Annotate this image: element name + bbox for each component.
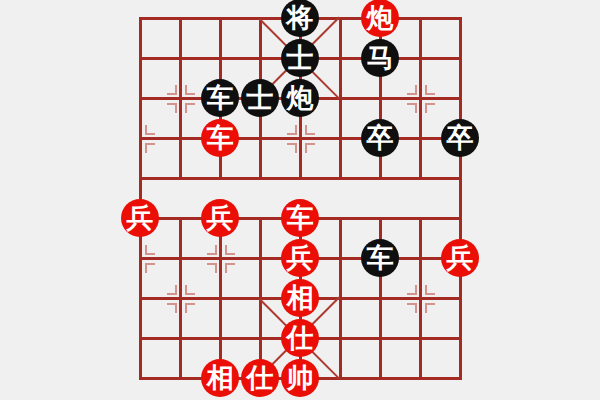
point-marker bbox=[407, 285, 417, 295]
point-marker bbox=[145, 125, 155, 135]
red-elephant[interactable]: 相 bbox=[281, 279, 319, 317]
xiangqi-board[interactable]: 将炮士马车士炮车卒卒兵兵车兵车兵相仕相仕帅 bbox=[0, 0, 600, 400]
point-marker bbox=[167, 285, 177, 295]
point-marker bbox=[167, 85, 177, 95]
black-advisor[interactable]: 士 bbox=[241, 79, 279, 117]
point-marker bbox=[305, 125, 315, 135]
red-cannon[interactable]: 炮 bbox=[361, 0, 399, 37]
red-soldier[interactable]: 兵 bbox=[121, 199, 159, 237]
point-marker bbox=[185, 285, 195, 295]
point-marker bbox=[407, 85, 417, 95]
board-file-line bbox=[459, 17, 462, 380]
point-marker bbox=[425, 303, 435, 313]
point-marker bbox=[225, 263, 235, 273]
point-marker bbox=[207, 245, 217, 255]
point-marker bbox=[185, 85, 195, 95]
point-marker bbox=[225, 245, 235, 255]
point-marker bbox=[287, 143, 297, 153]
point-marker bbox=[145, 245, 155, 255]
point-marker bbox=[425, 103, 435, 113]
red-advisor[interactable]: 仕 bbox=[241, 359, 279, 397]
red-soldier[interactable]: 兵 bbox=[281, 239, 319, 277]
black-soldier[interactable]: 卒 bbox=[361, 119, 399, 157]
board-file-line bbox=[139, 17, 142, 380]
red-soldier[interactable]: 兵 bbox=[441, 239, 479, 277]
board-file-line bbox=[179, 217, 182, 380]
point-marker bbox=[185, 303, 195, 313]
red-general[interactable]: 帅 bbox=[281, 359, 319, 397]
point-marker bbox=[407, 303, 417, 313]
board-file-line bbox=[419, 217, 422, 380]
point-marker bbox=[425, 85, 435, 95]
board-file-line bbox=[219, 217, 222, 380]
board-file-line bbox=[419, 17, 422, 180]
point-marker bbox=[167, 103, 177, 113]
point-marker bbox=[145, 263, 155, 273]
point-marker bbox=[305, 143, 315, 153]
point-marker bbox=[207, 263, 217, 273]
black-chariot[interactable]: 车 bbox=[361, 239, 399, 277]
red-chariot[interactable]: 车 bbox=[281, 199, 319, 237]
board-file-line bbox=[179, 17, 182, 180]
black-general[interactable]: 将 bbox=[281, 0, 319, 37]
black-cannon[interactable]: 炮 bbox=[281, 79, 319, 117]
black-soldier[interactable]: 卒 bbox=[441, 119, 479, 157]
black-advisor[interactable]: 士 bbox=[281, 39, 319, 77]
red-soldier[interactable]: 兵 bbox=[201, 199, 239, 237]
red-elephant[interactable]: 相 bbox=[201, 359, 239, 397]
point-marker bbox=[167, 303, 177, 313]
point-marker bbox=[287, 125, 297, 135]
red-chariot[interactable]: 车 bbox=[201, 119, 239, 157]
red-advisor[interactable]: 仕 bbox=[281, 319, 319, 357]
black-chariot[interactable]: 车 bbox=[201, 79, 239, 117]
point-marker bbox=[185, 103, 195, 113]
point-marker bbox=[425, 285, 435, 295]
point-marker bbox=[145, 143, 155, 153]
point-marker bbox=[407, 103, 417, 113]
black-horse[interactable]: 马 bbox=[361, 39, 399, 77]
